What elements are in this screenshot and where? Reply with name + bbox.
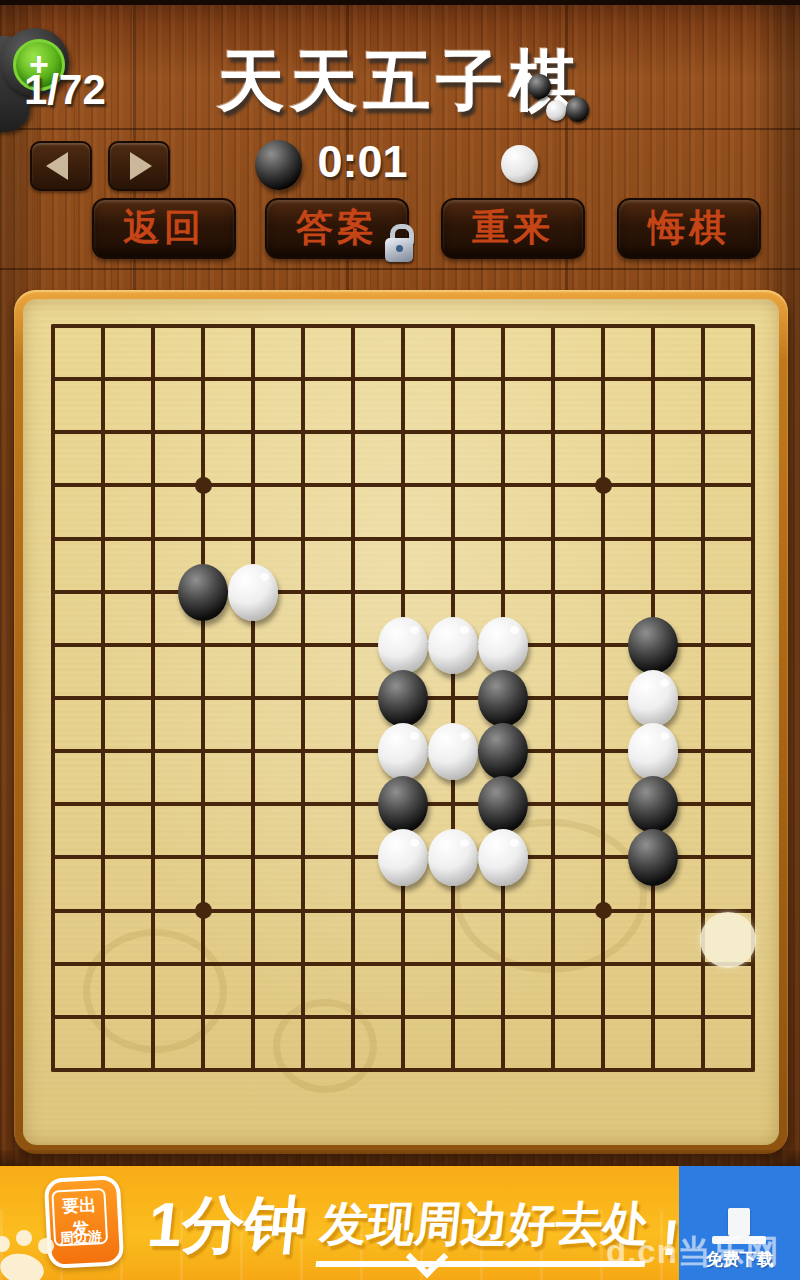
black-stone[interactable] [178, 564, 228, 621]
black-stone-icon [255, 140, 302, 190]
title-deco-black-stone [528, 74, 551, 99]
white-stone[interactable] [378, 617, 428, 674]
padlock-icon [383, 224, 417, 266]
black-stone[interactable] [478, 670, 528, 727]
ghost-stone-marker[interactable] [700, 912, 756, 968]
app-screen: + 1/72 天天五子棋 0:01 返回 答案 重来 悔棋 要出发 周边游 1分… [0, 0, 800, 1280]
prev-puzzle-button[interactable] [30, 141, 92, 191]
timer: 0:01 [305, 136, 420, 188]
star-point [195, 477, 212, 494]
grid-line-v [451, 324, 455, 1072]
board-bottom-shadow [0, 1150, 800, 1166]
ad-app-icon-line2: 周边游 [46, 1227, 115, 1249]
padlock-keyhole [396, 245, 403, 252]
white-stone[interactable] [228, 564, 278, 621]
title-deco-white-stone [546, 100, 566, 121]
grid-line-h [51, 909, 755, 913]
site-watermark: d.cn当乐网 [606, 1230, 780, 1275]
black-stone[interactable] [628, 617, 678, 674]
grid-line-v [701, 324, 705, 1072]
white-stone[interactable] [478, 617, 528, 674]
grid-line-h [51, 1068, 755, 1072]
black-stone[interactable] [378, 670, 428, 727]
ad-app-icon[interactable]: 要出发 周边游 [44, 1175, 125, 1269]
wood-seam [0, 268, 800, 270]
ad-headline-1: 1分钟 [144, 1183, 311, 1267]
white-stone[interactable] [428, 617, 478, 674]
grid-line-h [51, 962, 755, 966]
star-point [595, 902, 612, 919]
white-stone-icon [501, 145, 538, 183]
status-bar [0, 0, 800, 5]
undo-button[interactable]: 悔棋 [617, 198, 761, 259]
white-stone[interactable] [628, 670, 678, 727]
restart-button[interactable]: 重来 [441, 198, 585, 259]
star-point [595, 477, 612, 494]
title-deco-black-stone [566, 97, 589, 122]
wood-seam [0, 128, 800, 130]
grid-line-v [601, 324, 605, 1072]
grid-line-v [551, 324, 555, 1072]
page-title: 天天五子棋 [0, 36, 800, 127]
star-point [195, 902, 212, 919]
grid-line-v [751, 324, 755, 1072]
board-floral-deco [273, 999, 377, 1093]
grid-line-h [51, 1015, 755, 1019]
next-arrow-icon [130, 152, 152, 180]
next-puzzle-button[interactable] [108, 141, 170, 191]
prev-arrow-icon [46, 152, 68, 180]
back-button[interactable]: 返回 [92, 198, 236, 259]
ad-headline-2: 发现周边好去处 [316, 1193, 653, 1267]
